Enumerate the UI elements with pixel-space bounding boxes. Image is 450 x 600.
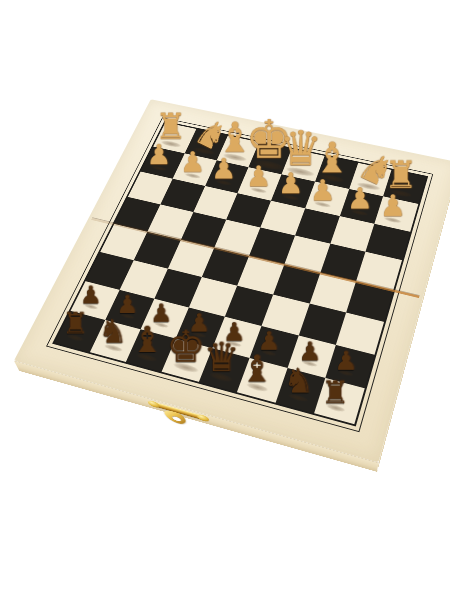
square-a5[interactable]: [346, 282, 393, 322]
square-a3[interactable]: [366, 224, 411, 261]
black-knight-glyph: ♞: [283, 364, 314, 398]
chess-box: ♜♞♝♚♛♝♞♜♟♟♟♟♟♟♟♟♟♟♟♟♟♟♟♟♜♞♝♚♛♝♞♜: [14, 99, 450, 463]
square-b5[interactable]: [309, 273, 356, 313]
black-pawn-glyph: ♟: [298, 338, 321, 364]
square-c5[interactable]: [273, 264, 320, 303]
black-pawn-glyph: ♟: [335, 348, 358, 374]
black-queen-glyph: ♛: [203, 338, 239, 378]
clasp-loop-hole: [171, 415, 182, 421]
black-king-glyph: ♚: [166, 325, 205, 369]
black-rook-glyph: ♜: [62, 309, 88, 339]
black-pawn-glyph: ♟: [80, 282, 102, 306]
square-a4[interactable]: [356, 252, 402, 290]
square-b4[interactable]: [320, 244, 366, 282]
square-d5[interactable]: [237, 256, 284, 294]
black-bishop-glyph: ♝: [241, 351, 274, 388]
product-photo: ♜♞♝♚♛♝♞♜♟♟♟♟♟♟♟♟♟♟♟♟♟♟♟♟♜♞♝♚♛♝♞♜: [0, 0, 450, 600]
black-bishop-glyph: ♝: [131, 322, 163, 358]
black-knight-glyph: ♞: [98, 316, 127, 349]
black-rook-glyph: ♜: [321, 377, 349, 408]
